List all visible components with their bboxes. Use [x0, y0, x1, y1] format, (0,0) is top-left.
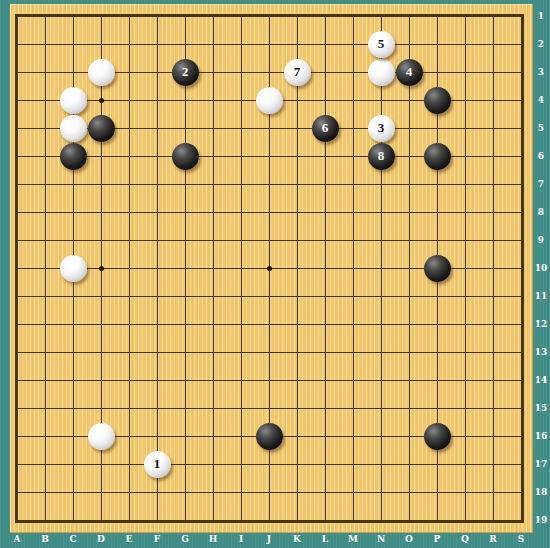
stone-white[interactable] [60, 87, 87, 114]
stone-black[interactable] [424, 143, 451, 170]
column-label: K [289, 532, 305, 546]
column-label: F [149, 532, 165, 546]
stone-black[interactable] [60, 143, 87, 170]
column-label: H [205, 532, 221, 546]
move-stone-white[interactable]: 5 [368, 31, 395, 58]
star-point [99, 98, 104, 103]
column-label: N [373, 532, 389, 546]
row-label: 3 [532, 65, 550, 79]
row-label: 15 [532, 401, 550, 415]
stone-white[interactable] [88, 59, 115, 86]
column-label: E [121, 532, 137, 546]
column-label: G [177, 532, 193, 546]
move-stone-white[interactable]: 1 [144, 451, 171, 478]
stone-white[interactable] [60, 115, 87, 142]
column-label: S [513, 532, 529, 546]
stone-white[interactable] [60, 255, 87, 282]
row-label: 16 [532, 429, 550, 443]
move-number: 6 [322, 121, 329, 134]
stone-black[interactable] [424, 423, 451, 450]
row-label: 7 [532, 177, 550, 191]
stone-black[interactable] [88, 115, 115, 142]
move-stone-black[interactable]: 8 [368, 143, 395, 170]
stone-black[interactable] [172, 143, 199, 170]
row-label: 14 [532, 373, 550, 387]
row-label: 6 [532, 149, 550, 163]
column-label: I [233, 532, 249, 546]
row-label: 9 [532, 233, 550, 247]
column-label: J [261, 532, 277, 546]
column-label: L [317, 532, 333, 546]
move-stone-black[interactable]: 4 [396, 59, 423, 86]
row-label: 13 [532, 345, 550, 359]
column-label: R [485, 532, 501, 546]
column-label: P [429, 532, 445, 546]
column-label: Q [457, 532, 473, 546]
move-number: 8 [378, 149, 385, 162]
row-label: 12 [532, 317, 550, 331]
row-label: 19 [532, 513, 550, 527]
row-label: 8 [532, 205, 550, 219]
move-stone-black[interactable]: 6 [312, 115, 339, 142]
row-label: 2 [532, 37, 550, 51]
stone-white[interactable] [88, 423, 115, 450]
star-point [99, 266, 104, 271]
stone-black[interactable] [424, 255, 451, 282]
row-label: 18 [532, 485, 550, 499]
star-point [267, 266, 272, 271]
row-label: 5 [532, 121, 550, 135]
move-stone-white[interactable]: 3 [368, 115, 395, 142]
row-label: 17 [532, 457, 550, 471]
row-label: 10 [532, 261, 550, 275]
move-stone-white[interactable]: 7 [284, 59, 311, 86]
move-number: 7 [294, 65, 301, 78]
move-number: 5 [378, 37, 385, 50]
move-number: 3 [378, 121, 385, 134]
column-label: M [345, 532, 361, 546]
row-label: 11 [532, 289, 550, 303]
move-number: 4 [406, 65, 413, 78]
move-number: 2 [182, 65, 189, 78]
stone-black[interactable] [424, 87, 451, 114]
stone-white[interactable] [256, 87, 283, 114]
row-label: 1 [532, 9, 550, 23]
column-label: A [9, 532, 25, 546]
move-number: 1 [154, 457, 161, 470]
stone-white[interactable] [368, 59, 395, 86]
column-label: C [65, 532, 81, 546]
column-label: O [401, 532, 417, 546]
stone-black[interactable] [256, 423, 283, 450]
go-diagram: 12345678 ABCDEFGHIJKLMNOPQRS123456789101… [0, 0, 550, 548]
move-stone-black[interactable]: 2 [172, 59, 199, 86]
column-label: B [37, 532, 53, 546]
row-label: 4 [532, 93, 550, 107]
column-label: D [93, 532, 109, 546]
